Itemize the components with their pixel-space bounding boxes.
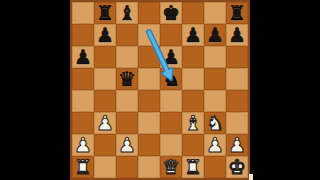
square-c6[interactable]	[116, 46, 138, 68]
square-b1[interactable]	[94, 156, 116, 178]
square-b2[interactable]	[94, 134, 116, 156]
square-a1[interactable]: ♜	[72, 156, 94, 178]
black-pawn[interactable]: ♟	[228, 24, 246, 46]
square-f2[interactable]	[182, 134, 204, 156]
chess-board: ♜♝♚♜♟♟♟♟♟♟♛♞♟♝♞♟♟♟♟♜♛♜♚	[70, 0, 250, 180]
square-c1[interactable]	[116, 156, 138, 178]
square-f1[interactable]: ♜	[182, 156, 204, 178]
black-bishop[interactable]: ♝	[118, 2, 136, 24]
black-pawn[interactable]: ♟	[184, 24, 202, 46]
square-b4[interactable]	[94, 90, 116, 112]
square-d5[interactable]	[138, 68, 160, 90]
square-e1[interactable]: ♛	[160, 156, 182, 178]
square-a2[interactable]: ♟	[72, 134, 94, 156]
black-rook[interactable]: ♜	[228, 2, 246, 24]
square-d8[interactable]	[138, 2, 160, 24]
square-f7[interactable]: ♟	[182, 24, 204, 46]
square-h6[interactable]	[226, 46, 248, 68]
white-king[interactable]: ♚	[228, 156, 246, 178]
square-d6[interactable]	[138, 46, 160, 68]
white-pawn[interactable]: ♟	[228, 134, 246, 156]
square-h7[interactable]: ♟	[226, 24, 248, 46]
square-b3[interactable]: ♟	[94, 112, 116, 134]
square-d3[interactable]	[138, 112, 160, 134]
square-e3[interactable]	[160, 112, 182, 134]
black-pawn[interactable]: ♟	[206, 24, 224, 46]
white-knight[interactable]: ♞	[206, 112, 224, 134]
square-b8[interactable]: ♜	[94, 2, 116, 24]
square-b5[interactable]	[94, 68, 116, 90]
square-b7[interactable]: ♟	[94, 24, 116, 46]
black-pawn[interactable]: ♟	[162, 46, 180, 68]
square-e5[interactable]: ♞	[160, 68, 182, 90]
black-pawn[interactable]: ♟	[96, 24, 114, 46]
square-e8[interactable]: ♚	[160, 2, 182, 24]
square-g1[interactable]	[204, 156, 226, 178]
white-pawn[interactable]: ♟	[96, 112, 114, 134]
white-pawn[interactable]: ♟	[206, 134, 224, 156]
square-a4[interactable]	[72, 90, 94, 112]
square-f3[interactable]: ♝	[182, 112, 204, 134]
square-d1[interactable]	[138, 156, 160, 178]
square-c8[interactable]: ♝	[116, 2, 138, 24]
square-g3[interactable]: ♞	[204, 112, 226, 134]
black-rook[interactable]: ♜	[96, 2, 114, 24]
square-a5[interactable]	[72, 68, 94, 90]
square-e6[interactable]: ♟	[160, 46, 182, 68]
white-bishop[interactable]: ♝	[184, 112, 202, 134]
square-h4[interactable]	[226, 90, 248, 112]
white-pawn[interactable]: ♟	[74, 134, 92, 156]
square-a7[interactable]	[72, 24, 94, 46]
square-g5[interactable]	[204, 68, 226, 90]
square-f5[interactable]	[182, 68, 204, 90]
square-f8[interactable]	[182, 2, 204, 24]
square-g8[interactable]	[204, 2, 226, 24]
corner-artifact	[249, 174, 253, 180]
square-c4[interactable]	[116, 90, 138, 112]
square-d2[interactable]	[138, 134, 160, 156]
square-d4[interactable]	[138, 90, 160, 112]
square-g2[interactable]: ♟	[204, 134, 226, 156]
square-f4[interactable]	[182, 90, 204, 112]
square-d7[interactable]	[138, 24, 160, 46]
square-e7[interactable]	[160, 24, 182, 46]
square-e2[interactable]	[160, 134, 182, 156]
square-c2[interactable]: ♟	[116, 134, 138, 156]
black-pawn[interactable]: ♟	[74, 46, 92, 68]
square-g7[interactable]: ♟	[204, 24, 226, 46]
black-queen[interactable]: ♛	[118, 68, 136, 90]
black-king[interactable]: ♚	[162, 2, 180, 24]
square-h5[interactable]	[226, 68, 248, 90]
square-a3[interactable]	[72, 112, 94, 134]
square-c3[interactable]	[116, 112, 138, 134]
square-g4[interactable]	[204, 90, 226, 112]
screenshot-stage: ♜♝♚♜♟♟♟♟♟♟♛♞♟♝♞♟♟♟♟♜♛♜♚	[0, 0, 320, 180]
square-c5[interactable]: ♛	[116, 68, 138, 90]
square-e4[interactable]	[160, 90, 182, 112]
square-h1[interactable]: ♚	[226, 156, 248, 178]
white-pawn[interactable]: ♟	[118, 134, 136, 156]
square-b6[interactable]	[94, 46, 116, 68]
square-a6[interactable]: ♟	[72, 46, 94, 68]
white-rook[interactable]: ♜	[184, 156, 202, 178]
square-a8[interactable]	[72, 2, 94, 24]
white-queen[interactable]: ♛	[162, 156, 180, 178]
square-g6[interactable]	[204, 46, 226, 68]
board-grid: ♜♝♚♜♟♟♟♟♟♟♛♞♟♝♞♟♟♟♟♜♛♜♚	[72, 2, 248, 178]
square-c7[interactable]	[116, 24, 138, 46]
square-f6[interactable]	[182, 46, 204, 68]
square-h8[interactable]: ♜	[226, 2, 248, 24]
black-knight[interactable]: ♞	[162, 68, 180, 90]
square-h3[interactable]	[226, 112, 248, 134]
white-rook[interactable]: ♜	[74, 156, 92, 178]
square-h2[interactable]: ♟	[226, 134, 248, 156]
